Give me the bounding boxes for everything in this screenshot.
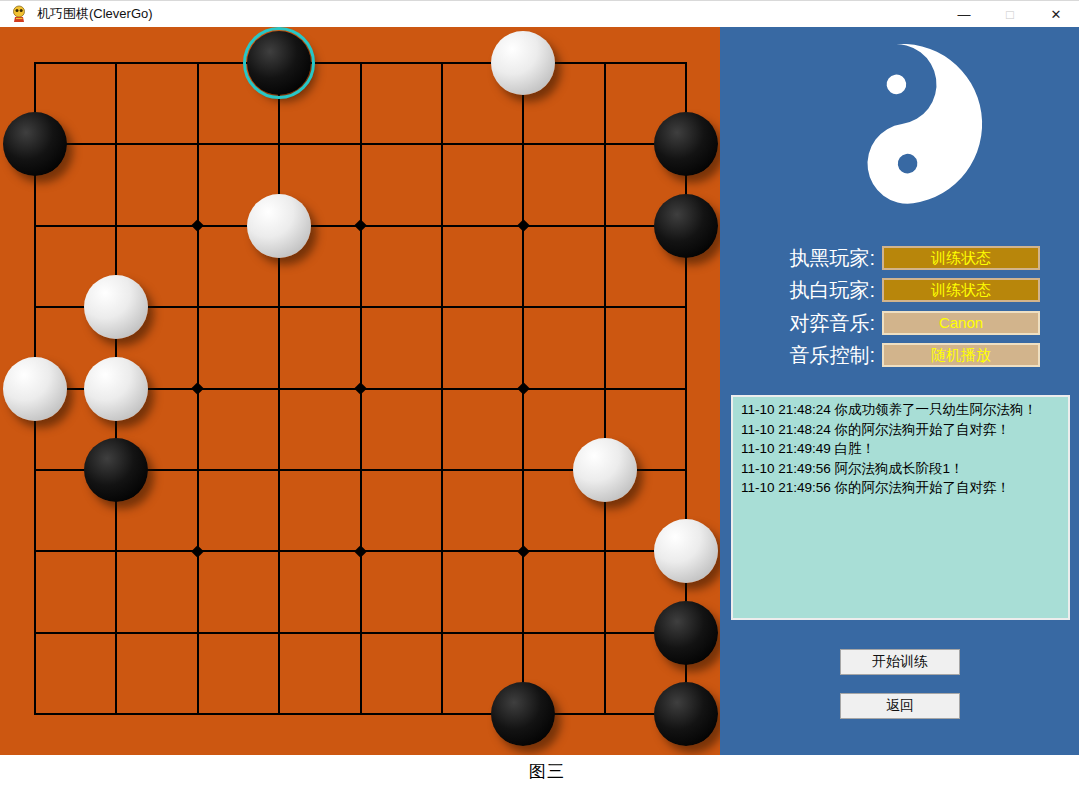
yinyang-icon: [801, 23, 1002, 224]
training-log[interactable]: 11-10 21:48:24 你成功领养了一只幼生阿尔法狗！11-10 21:4…: [731, 395, 1070, 620]
board-line-vertical: [604, 62, 606, 715]
white-stone: [247, 194, 311, 258]
start-training-button[interactable]: 开始训练: [840, 649, 960, 675]
close-button[interactable]: ✕: [1033, 1, 1079, 28]
minimize-button[interactable]: —: [941, 1, 987, 28]
star-point: [354, 382, 367, 395]
white-stone: [84, 275, 148, 339]
white-stone: [573, 438, 637, 502]
game-music-value-button[interactable]: Canon: [882, 311, 1040, 335]
black-stone: [654, 194, 718, 258]
last-move-marker: [243, 27, 315, 99]
star-point: [191, 382, 204, 395]
black-stone: [3, 112, 67, 176]
white-stone: [491, 31, 555, 95]
black-stone: [654, 601, 718, 665]
go-board[interactable]: [0, 27, 720, 755]
star-point: [191, 545, 204, 558]
black-stone: [654, 682, 718, 746]
figure-caption-zone: 图三: [0, 755, 1079, 788]
setting-row-music-control: 音乐控制: 随机播放: [720, 343, 1079, 367]
white-player-label: 执白玩家:: [789, 278, 875, 302]
window-title: 机巧围棋(CleverGo): [37, 5, 153, 23]
black-stone: [654, 112, 718, 176]
window-controls: — □ ✕: [941, 1, 1079, 28]
log-line: 11-10 21:49:56 阿尔法狗成长阶段1！: [741, 459, 1060, 479]
log-line: 11-10 21:48:24 你的阿尔法狗开始了自对弈！: [741, 420, 1060, 440]
game-music-label: 对弈音乐:: [789, 311, 875, 335]
music-control-value-button[interactable]: 随机播放: [882, 343, 1040, 367]
board-line-vertical: [441, 62, 443, 715]
star-point: [517, 219, 530, 232]
figure-caption: 图三: [514, 760, 565, 783]
star-point: [517, 382, 530, 395]
white-stone: [3, 357, 67, 421]
music-control-label: 音乐控制:: [789, 343, 875, 367]
board-line-horizontal: [34, 713, 687, 715]
sidebar-panel: 执黑玩家: 训练状态 执白玩家: 训练状态 对弈音乐: Canon 音乐控制: …: [720, 27, 1079, 755]
white-player-value-button[interactable]: 训练状态: [882, 278, 1040, 302]
setting-row-game-music: 对弈音乐: Canon: [720, 311, 1079, 335]
setting-row-white-player: 执白玩家: 训练状态: [720, 278, 1079, 302]
white-stone: [84, 357, 148, 421]
black-stone: [491, 682, 555, 746]
star-point: [354, 545, 367, 558]
app-icon: [11, 5, 29, 23]
black-stone: [84, 438, 148, 502]
black-player-label: 执黑玩家:: [789, 246, 875, 270]
setting-row-black-player: 执黑玩家: 训练状态: [720, 246, 1079, 270]
black-player-value-button[interactable]: 训练状态: [882, 246, 1040, 270]
star-point: [354, 219, 367, 232]
log-line: 11-10 21:48:24 你成功领养了一只幼生阿尔法狗！: [741, 400, 1060, 420]
star-point: [517, 545, 530, 558]
return-button[interactable]: 返回: [840, 693, 960, 719]
title-bar: 机巧围棋(CleverGo) — □ ✕: [0, 0, 1079, 27]
main-content: 执黑玩家: 训练状态 执白玩家: 训练状态 对弈音乐: Canon 音乐控制: …: [0, 27, 1079, 755]
board-line-horizontal: [34, 632, 687, 634]
white-stone: [654, 519, 718, 583]
star-point: [191, 219, 204, 232]
log-line: 11-10 21:49:56 你的阿尔法狗开始了自对弈！: [741, 478, 1060, 498]
maximize-button[interactable]: □: [987, 1, 1033, 28]
log-line: 11-10 21:49:49 白胜！: [741, 439, 1060, 459]
